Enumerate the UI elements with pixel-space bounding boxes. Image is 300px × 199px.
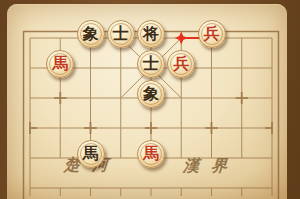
piece-character: 士: [143, 56, 159, 72]
xiangqi-app-window: 楚河 漢界 象士将兵馬士兵象馬馬: [0, 0, 300, 199]
piece-character: 兵: [204, 26, 220, 42]
piece-character: 象: [143, 86, 159, 102]
black-elephant[interactable]: 象: [77, 20, 105, 48]
piece-character: 馬: [52, 56, 68, 72]
black-horse[interactable]: 馬: [77, 140, 105, 168]
black-advisor[interactable]: 士: [107, 20, 135, 48]
piece-character: 馬: [143, 146, 159, 162]
piece-character: 士: [113, 26, 129, 42]
piece-character: 馬: [83, 146, 99, 162]
piece-character: 兵: [173, 56, 189, 72]
red-soldier[interactable]: 兵: [198, 20, 226, 48]
black-general[interactable]: 将: [137, 20, 165, 48]
black-elephant[interactable]: 象: [137, 80, 165, 108]
black-advisor[interactable]: 士: [137, 50, 165, 78]
xiangqi-board[interactable]: 楚河 漢界 象士将兵馬士兵象馬馬: [7, 4, 287, 199]
piece-character: 象: [83, 26, 99, 42]
piece-character: 将: [143, 26, 159, 42]
red-horse[interactable]: 馬: [137, 140, 165, 168]
river-label-han: 漢界: [176, 156, 239, 177]
